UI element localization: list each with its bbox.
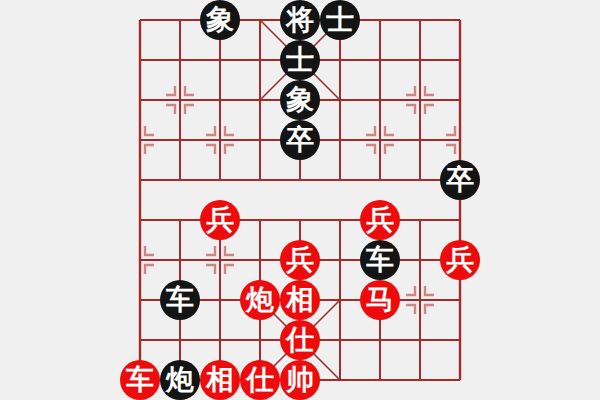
red-horse[interactable]: 马 (360, 280, 400, 320)
black-advisor[interactable]: 士 (320, 0, 360, 40)
black-elephant[interactable]: 象 (280, 80, 320, 120)
xiangqi-app: 象将士士象卒卒兵兵兵车兵车炮相马仕车炮相仕帅 (0, 0, 600, 400)
black-chariot[interactable]: 车 (360, 240, 400, 280)
red-pawn[interactable]: 兵 (200, 200, 240, 240)
red-advisor[interactable]: 仕 (280, 320, 320, 360)
red-elephant[interactable]: 相 (280, 280, 320, 320)
red-pawn[interactable]: 兵 (440, 240, 480, 280)
black-cannon[interactable]: 炮 (160, 360, 200, 400)
red-cannon[interactable]: 炮 (240, 280, 280, 320)
black-pawn[interactable]: 卒 (280, 120, 320, 160)
red-advisor[interactable]: 仕 (240, 360, 280, 400)
red-general[interactable]: 帅 (280, 360, 320, 400)
black-pawn[interactable]: 卒 (440, 160, 480, 200)
piece-grid: 象将士士象卒卒兵兵兵车兵车炮相马仕车炮相仕帅 (120, 0, 480, 400)
red-pawn[interactable]: 兵 (360, 200, 400, 240)
red-chariot[interactable]: 车 (120, 360, 160, 400)
black-elephant[interactable]: 象 (200, 0, 240, 40)
black-chariot[interactable]: 车 (160, 280, 200, 320)
red-elephant[interactable]: 相 (200, 360, 240, 400)
red-pawn[interactable]: 兵 (280, 240, 320, 280)
black-advisor[interactable]: 士 (280, 40, 320, 80)
black-general[interactable]: 将 (280, 0, 320, 40)
